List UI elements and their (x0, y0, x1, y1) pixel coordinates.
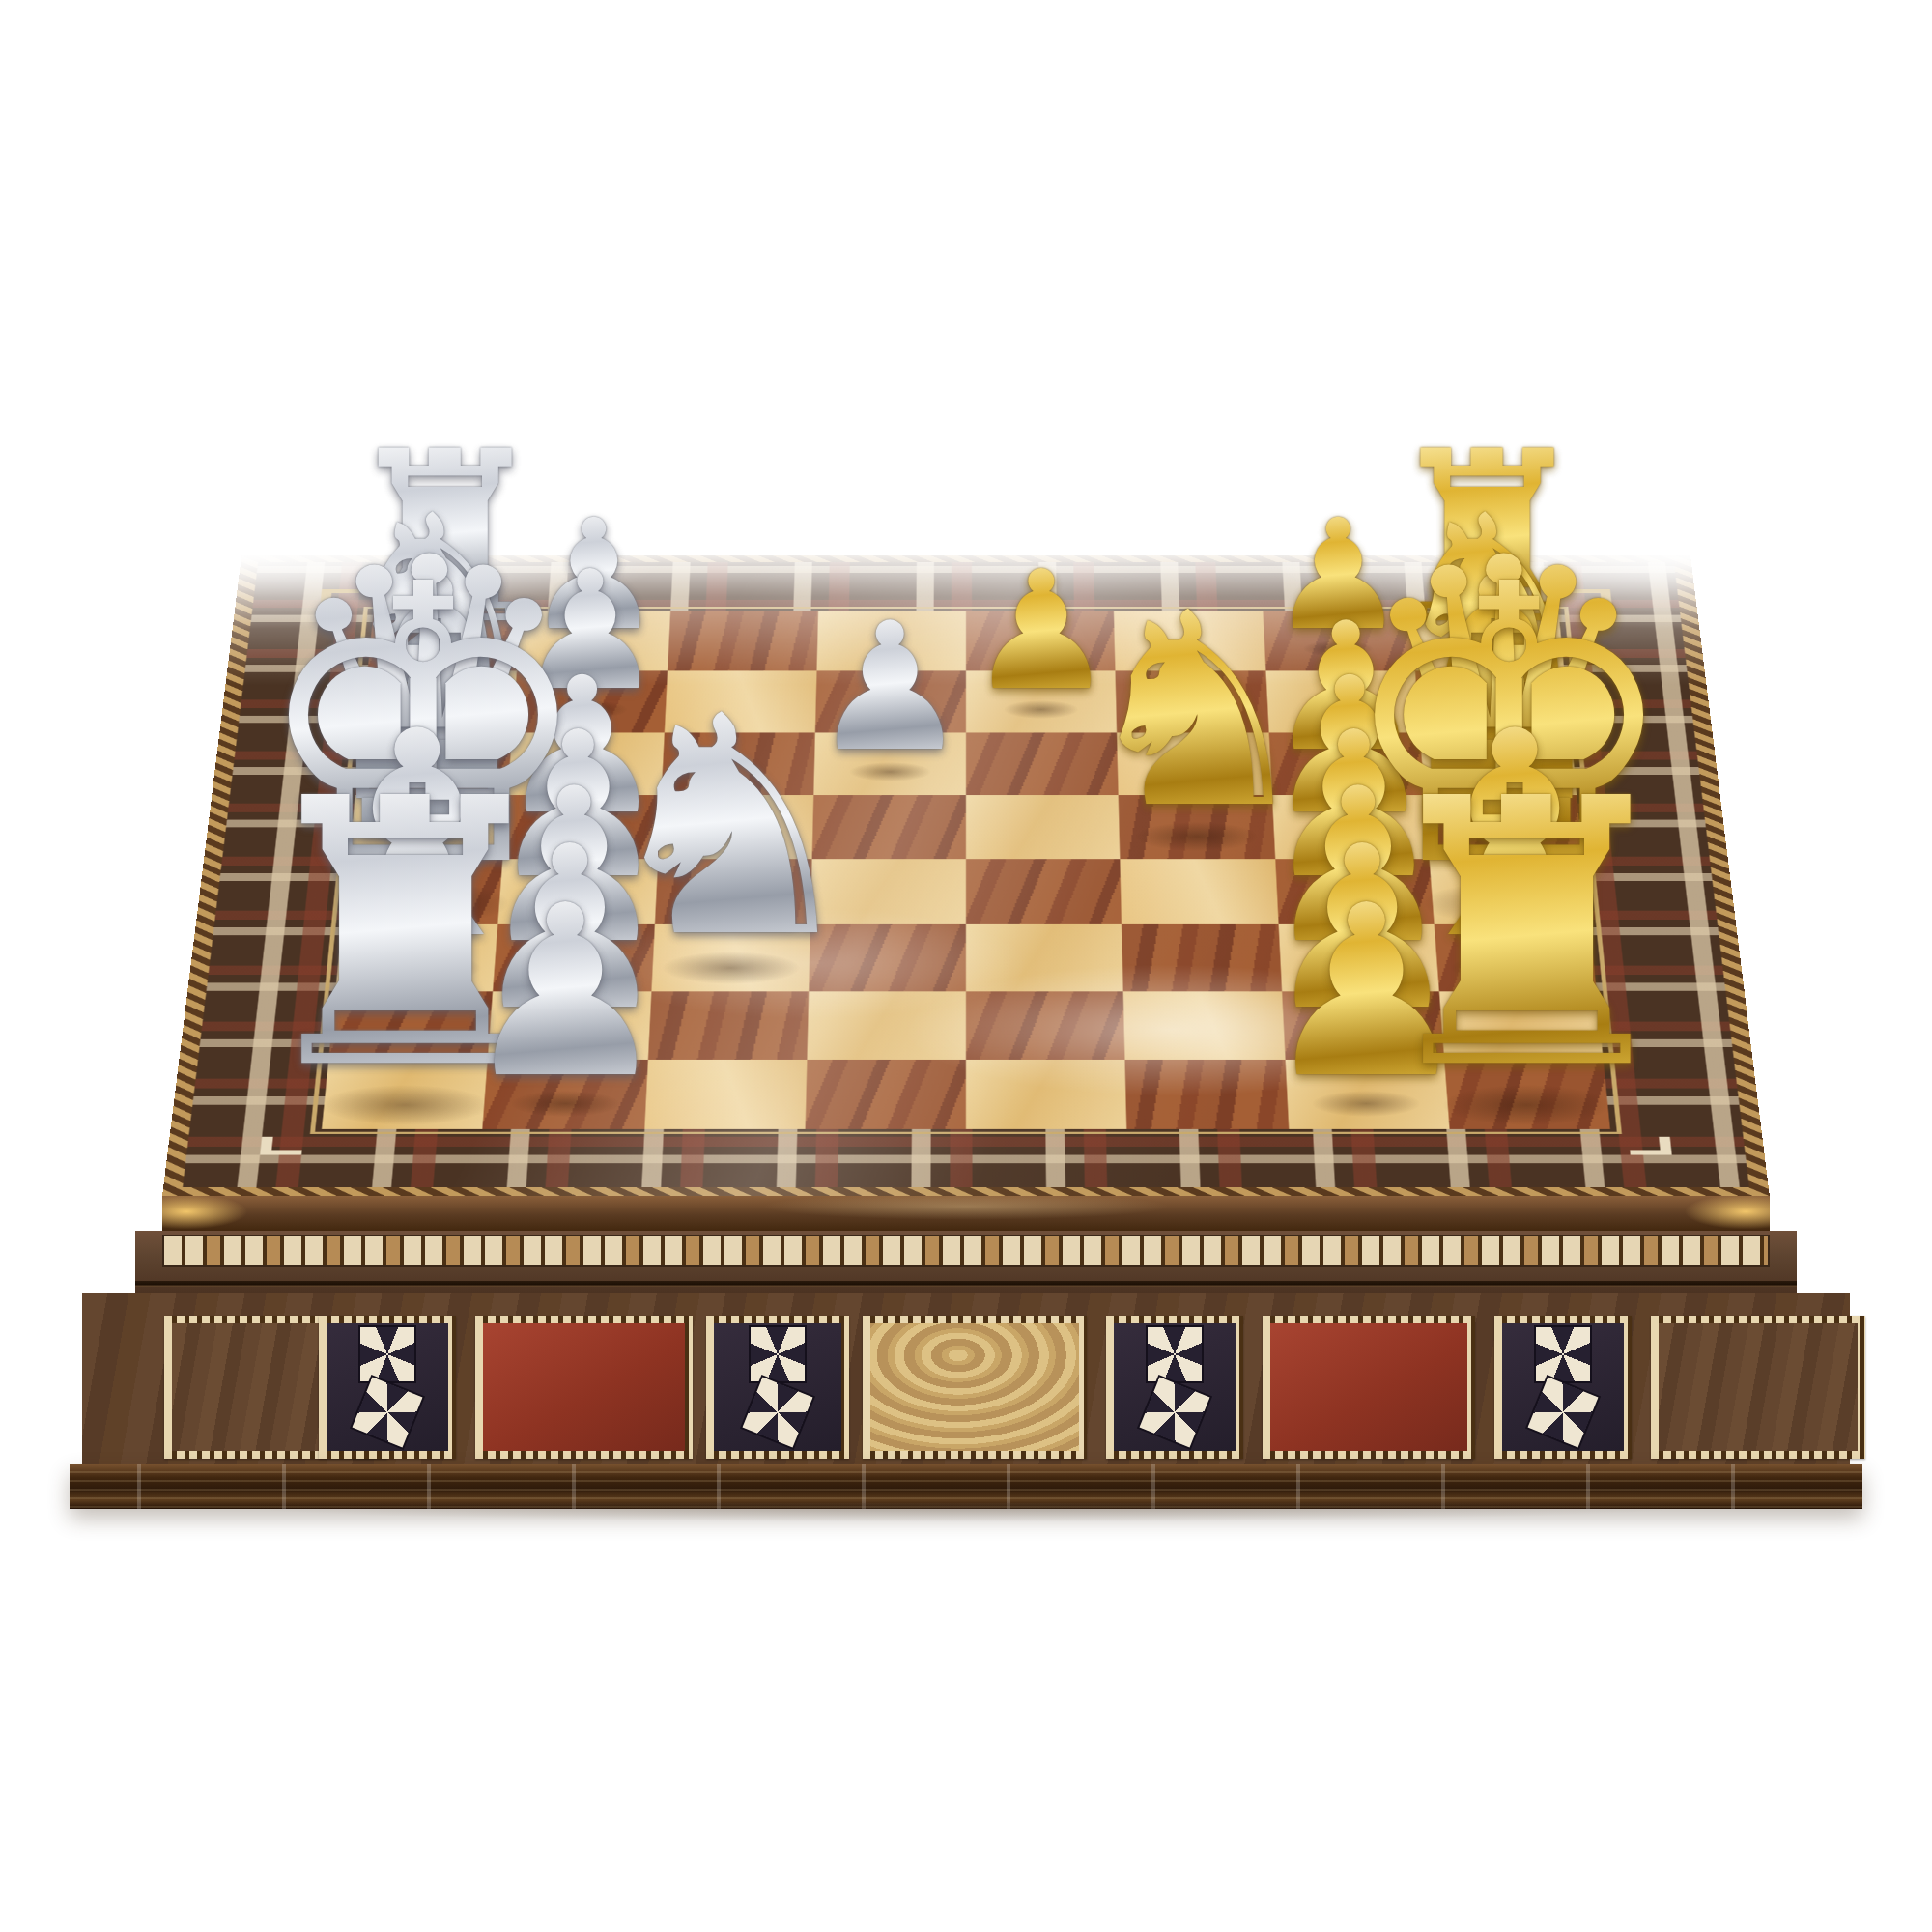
square-e2[interactable] (498, 859, 658, 924)
front-panel-star-8 (1494, 1316, 1632, 1459)
square-g8[interactable] (1438, 991, 1603, 1060)
square-e1[interactable] (342, 859, 503, 924)
square-g4[interactable] (807, 991, 966, 1060)
square-g7[interactable] (1281, 991, 1443, 1060)
chessboard-top (162, 555, 1770, 1196)
front-panel-red-3 (475, 1316, 693, 1459)
square-d8[interactable] (1424, 795, 1583, 859)
square-f4[interactable] (809, 924, 966, 991)
corner-mark-3 (260, 1137, 303, 1155)
square-b4[interactable] (815, 671, 966, 733)
square-b5[interactable] (966, 671, 1117, 733)
pinwheel-star-icon (1148, 1327, 1202, 1381)
square-e6[interactable] (1121, 859, 1278, 924)
square-b7[interactable] (1265, 671, 1420, 733)
square-f2[interactable] (493, 924, 654, 991)
panel-field-burl (870, 1323, 1079, 1451)
square-c1[interactable] (355, 732, 513, 795)
pinwheel-star-icon (751, 1327, 805, 1381)
square-a5[interactable] (966, 611, 1116, 670)
square-f7[interactable] (1278, 924, 1439, 991)
box-front-panels (82, 1293, 1850, 1464)
panel-field-star (714, 1323, 841, 1451)
panel-field-red (1270, 1323, 1467, 1451)
square-h4[interactable] (805, 1060, 966, 1129)
floor-shadow (58, 1503, 1874, 1536)
square-f1[interactable] (335, 924, 497, 991)
square-h7[interactable] (1285, 1060, 1449, 1129)
square-h6[interactable] (1125, 1060, 1289, 1129)
square-h3[interactable] (643, 1060, 807, 1129)
pinwheel-star-icon (1528, 1378, 1599, 1448)
square-c5[interactable] (966, 732, 1119, 795)
square-b1[interactable] (361, 671, 517, 733)
square-b3[interactable] (664, 671, 816, 733)
square-h8[interactable] (1444, 1060, 1610, 1129)
square-b8[interactable] (1415, 671, 1571, 733)
square-a8[interactable] (1410, 611, 1565, 670)
panel-field-star (327, 1323, 448, 1451)
square-e3[interactable] (654, 859, 811, 924)
square-h1[interactable] (322, 1060, 488, 1129)
front-panel-walnut-9 (1651, 1316, 1865, 1459)
square-d3[interactable] (657, 795, 812, 859)
square-e8[interactable] (1429, 859, 1590, 924)
square-b6[interactable] (1116, 671, 1268, 733)
square-f8[interactable] (1434, 924, 1596, 991)
square-d6[interactable] (1119, 795, 1274, 859)
square-c7[interactable] (1268, 732, 1424, 795)
square-c8[interactable] (1419, 732, 1577, 795)
panel-field-walnut (1659, 1323, 1858, 1451)
square-f6[interactable] (1122, 924, 1281, 991)
square-a1[interactable] (368, 611, 523, 670)
lid-seam (135, 1281, 1797, 1287)
panel-field-red (483, 1323, 685, 1451)
square-a3[interactable] (667, 611, 817, 670)
square-d4[interactable] (811, 795, 966, 859)
square-d1[interactable] (349, 795, 508, 859)
square-g3[interactable] (647, 991, 809, 1060)
square-d7[interactable] (1271, 795, 1429, 859)
pinwheel-star-icon (1536, 1327, 1590, 1381)
square-g1[interactable] (328, 991, 493, 1060)
square-a6[interactable] (1114, 611, 1264, 670)
square-f5[interactable] (966, 924, 1123, 991)
pinwheel-star-icon (360, 1327, 414, 1381)
front-panel-star-6 (1106, 1316, 1243, 1459)
box-front-lip (162, 1196, 1770, 1231)
square-h5[interactable] (966, 1060, 1127, 1129)
square-c6[interactable] (1117, 732, 1271, 795)
square-d2[interactable] (503, 795, 661, 859)
square-a2[interactable] (517, 611, 669, 670)
corner-mark-4 (1629, 1137, 1672, 1155)
corner-mark-1 (320, 589, 359, 605)
pinwheel-star-icon (353, 1378, 423, 1448)
square-e7[interactable] (1274, 859, 1434, 924)
pinwheel-star-icon (1140, 1378, 1210, 1448)
front-panel-star-4 (706, 1316, 849, 1459)
box-lid-front (135, 1231, 1797, 1293)
panel-field-star (1114, 1323, 1236, 1451)
panel-field-star (1502, 1323, 1624, 1451)
square-c2[interactable] (508, 732, 664, 795)
lid-inlay-strip (164, 1236, 1768, 1265)
chess-photo-scene: ♜♟♟♜♞♟♟♞♝♟♟♝♛♟♞♟♛♚♟♟♚♝♟♞♟♝♟♟♜♟♟♜ (0, 0, 1932, 1932)
square-e4[interactable] (810, 859, 966, 924)
square-a7[interactable] (1263, 611, 1415, 670)
playing-field (322, 611, 1610, 1128)
square-g6[interactable] (1123, 991, 1285, 1060)
square-d5[interactable] (966, 795, 1121, 859)
pinwheel-star-icon (743, 1378, 813, 1448)
square-h2[interactable] (483, 1060, 647, 1129)
corner-mark-2 (1573, 589, 1612, 605)
front-panel-red-7 (1263, 1316, 1475, 1459)
front-panel-burl-5 (863, 1316, 1087, 1459)
square-b2[interactable] (513, 671, 668, 733)
square-e5[interactable] (966, 859, 1122, 924)
square-f3[interactable] (651, 924, 810, 991)
square-g2[interactable] (488, 991, 650, 1060)
square-c3[interactable] (661, 732, 815, 795)
square-a4[interactable] (816, 611, 966, 670)
square-g5[interactable] (966, 991, 1125, 1060)
square-c4[interactable] (813, 732, 966, 795)
front-panel-star-2 (319, 1316, 456, 1459)
